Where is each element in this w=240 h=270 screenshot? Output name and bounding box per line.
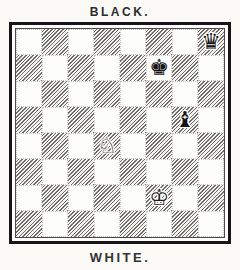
square-f4[interactable] [146, 133, 172, 159]
square-b5[interactable] [42, 107, 68, 133]
square-a3[interactable] [16, 159, 42, 185]
square-g2[interactable] [172, 185, 198, 211]
chess-board-frame: ♛♚♝♘♔ [9, 22, 231, 244]
square-d1[interactable] [94, 211, 120, 237]
square-f2[interactable]: ♔ [146, 185, 172, 211]
chess-board: ♛♚♝♘♔ [15, 28, 225, 238]
black-side-label: BLACK. [0, 0, 240, 19]
black-king: ♚ [149, 55, 169, 81]
square-b7[interactable] [42, 55, 68, 81]
square-f7[interactable]: ♚ [146, 55, 172, 81]
square-f5[interactable] [146, 107, 172, 133]
square-e4[interactable] [120, 133, 146, 159]
black-bishop: ♝ [175, 107, 195, 133]
square-e3[interactable] [120, 159, 146, 185]
square-c4[interactable] [68, 133, 94, 159]
square-c2[interactable] [68, 185, 94, 211]
square-h4[interactable] [198, 133, 224, 159]
square-b3[interactable] [42, 159, 68, 185]
square-c5[interactable] [68, 107, 94, 133]
square-d5[interactable] [94, 107, 120, 133]
square-e7[interactable] [120, 55, 146, 81]
square-c3[interactable] [68, 159, 94, 185]
square-g6[interactable] [172, 81, 198, 107]
square-e8[interactable] [120, 29, 146, 55]
white-side-label: WHITE. [0, 244, 240, 265]
square-b6[interactable] [42, 81, 68, 107]
square-f3[interactable] [146, 159, 172, 185]
white-knight: ♘ [97, 133, 117, 159]
square-c7[interactable] [68, 55, 94, 81]
square-e6[interactable] [120, 81, 146, 107]
square-g7[interactable] [172, 55, 198, 81]
square-a2[interactable] [16, 185, 42, 211]
white-king: ♔ [149, 185, 169, 211]
chess-diagram-page: BLACK. ♛♚♝♘♔ WHITE. [0, 0, 240, 270]
square-c8[interactable] [68, 29, 94, 55]
square-e2[interactable] [120, 185, 146, 211]
square-e5[interactable] [120, 107, 146, 133]
square-a6[interactable] [16, 81, 42, 107]
square-f8[interactable] [146, 29, 172, 55]
square-e1[interactable] [120, 211, 146, 237]
square-a8[interactable] [16, 29, 42, 55]
square-f1[interactable] [146, 211, 172, 237]
black-queen: ♛ [201, 29, 221, 55]
square-h7[interactable] [198, 55, 224, 81]
square-f6[interactable] [146, 81, 172, 107]
square-d8[interactable] [94, 29, 120, 55]
square-b2[interactable] [42, 185, 68, 211]
square-g4[interactable] [172, 133, 198, 159]
square-b8[interactable] [42, 29, 68, 55]
square-a4[interactable] [16, 133, 42, 159]
square-d4[interactable]: ♘ [94, 133, 120, 159]
square-b4[interactable] [42, 133, 68, 159]
square-d2[interactable] [94, 185, 120, 211]
square-a7[interactable] [16, 55, 42, 81]
square-h1[interactable] [198, 211, 224, 237]
square-g1[interactable] [172, 211, 198, 237]
square-d7[interactable] [94, 55, 120, 81]
square-c1[interactable] [68, 211, 94, 237]
square-g3[interactable] [172, 159, 198, 185]
square-d3[interactable] [94, 159, 120, 185]
square-c6[interactable] [68, 81, 94, 107]
square-a1[interactable] [16, 211, 42, 237]
square-h5[interactable] [198, 107, 224, 133]
square-g8[interactable] [172, 29, 198, 55]
square-h3[interactable] [198, 159, 224, 185]
square-a5[interactable] [16, 107, 42, 133]
square-b1[interactable] [42, 211, 68, 237]
square-g5[interactable]: ♝ [172, 107, 198, 133]
square-h6[interactable] [198, 81, 224, 107]
square-h2[interactable] [198, 185, 224, 211]
square-h8[interactable]: ♛ [198, 29, 224, 55]
square-d6[interactable] [94, 81, 120, 107]
